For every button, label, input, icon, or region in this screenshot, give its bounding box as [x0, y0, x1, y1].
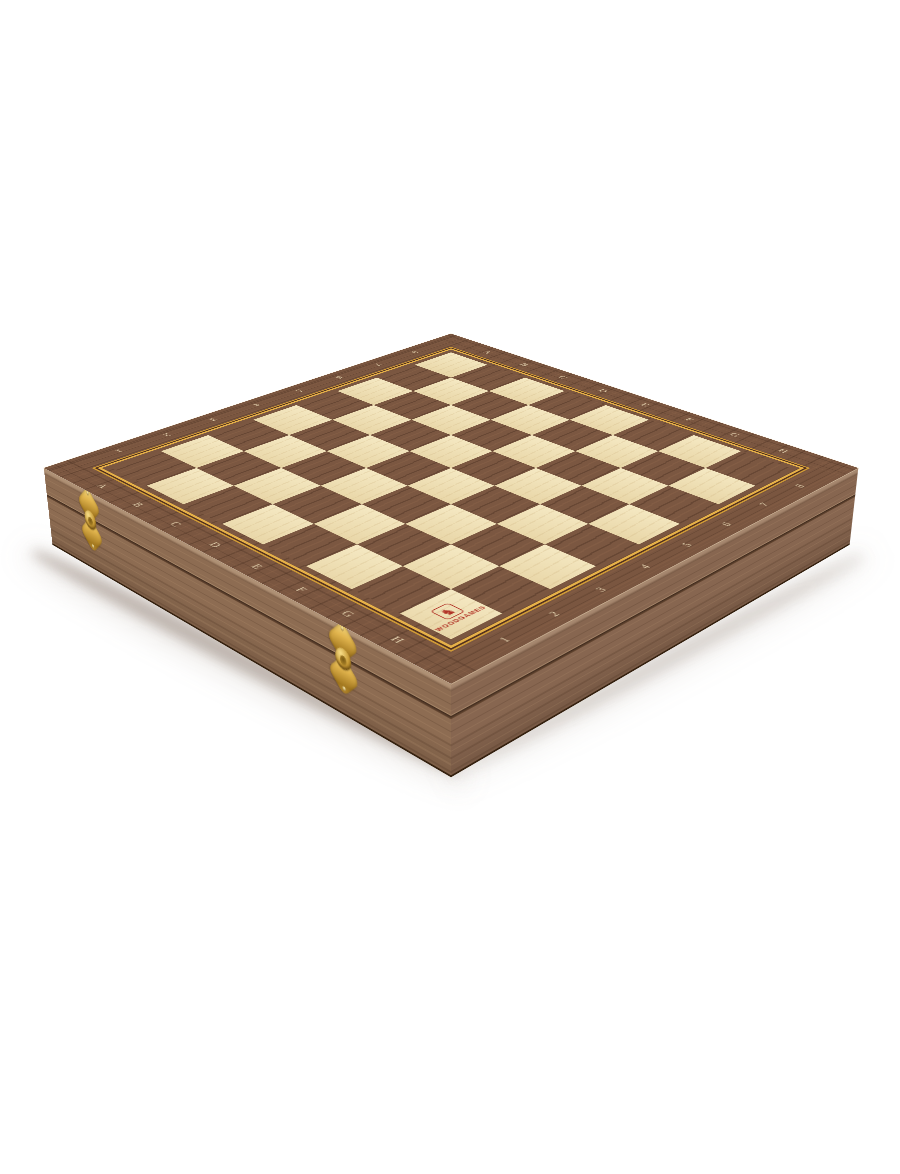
square-g3 — [451, 524, 545, 566]
square-d3 — [321, 468, 408, 504]
square-e1 — [263, 524, 357, 566]
square-h7 — [668, 468, 755, 504]
logo-frame: ♞ — [429, 603, 465, 620]
square-e3 — [362, 486, 451, 524]
square-g5 — [540, 486, 629, 524]
square-d1 — [222, 504, 314, 544]
product-photo-stage: ♞ WOODGAMES AABBCCDDEEFFGGHH112233445566… — [0, 0, 900, 1174]
chess-box: ♞ WOODGAMES AABBCCDDEEFFGGHH112233445566… — [44, 334, 859, 684]
square-h6 — [629, 486, 718, 524]
square-c2 — [234, 468, 321, 504]
square-h5 — [588, 504, 680, 544]
square-h3 — [499, 544, 596, 589]
square-g1 — [352, 566, 451, 613]
square-g4 — [497, 504, 589, 544]
square-h1 — [400, 589, 502, 639]
square-h2 — [451, 566, 550, 613]
square-f1 — [306, 544, 403, 589]
square-c1 — [183, 486, 272, 524]
square-e4 — [408, 468, 495, 504]
knight-icon: ♞ — [436, 606, 459, 617]
square-e2 — [314, 504, 406, 544]
square-f3 — [405, 504, 497, 544]
square-g6 — [581, 468, 668, 504]
square-b1 — [147, 468, 234, 504]
square-h4 — [545, 524, 639, 566]
chess-board-top: ♞ WOODGAMES AABBCCDDEEFFGGHH112233445566… — [44, 334, 859, 684]
square-g2 — [403, 544, 500, 589]
square-f4 — [451, 486, 540, 524]
square-f2 — [357, 524, 451, 566]
brand-name: WOODGAMES — [433, 605, 487, 632]
scene: ♞ WOODGAMES AABBCCDDEEFFGGHH112233445566… — [0, 0, 900, 1174]
brand-logo: ♞ WOODGAMES — [400, 589, 502, 639]
square-f5 — [494, 468, 581, 504]
square-d2 — [273, 486, 362, 524]
